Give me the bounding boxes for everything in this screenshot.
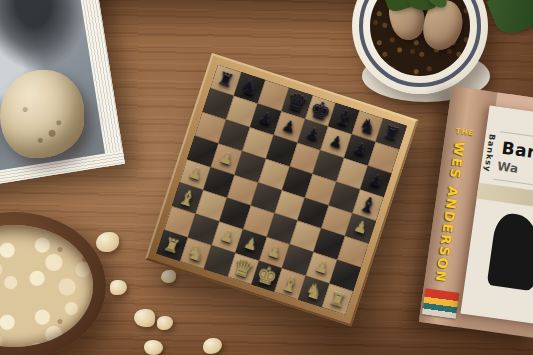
popcorn-kernel — [96, 232, 119, 252]
tabletop-scene: THE WES ANDERSON THE Banksy Ban Wa ♜♞♛♚♝… — [0, 0, 533, 355]
banksy-cover-title: Ban — [501, 138, 533, 163]
popcorn-kernel — [203, 338, 222, 354]
popcorn-fill — [0, 225, 93, 347]
cover-grime-band — [477, 183, 533, 211]
spine-title: WES ANDERSON — [432, 141, 468, 292]
popcorn-kernel — [157, 316, 173, 330]
popcorn-kernel — [134, 309, 155, 327]
coral-rock — [0, 70, 84, 158]
banksy-cover-subtitle: Wa — [496, 159, 519, 176]
chess-board[interactable]: ♜♞♛♚♝♞♜♟♟♟♟♟♟♟♝♟♟♝♟♟♟♟♜♞♛♚♝♞♜ — [156, 64, 407, 315]
cover-figure-art — [487, 211, 533, 291]
plant-leaf — [486, 0, 533, 39]
banksy-spine-author: Banksy — [482, 133, 496, 172]
chess-board-frame: ♜♞♛♚♝♞♜♟♟♟♟♟♟♟♝♟♟♝♟♟♟♟♜♞♛♚♝♞♜ — [145, 53, 418, 326]
popcorn-bowl — [0, 212, 106, 355]
spine-label-the: THE — [455, 127, 474, 137]
spine-color-band — [422, 288, 459, 318]
chess-board-wrap: ♜♞♛♚♝♞♜♟♟♟♟♟♟♟♝♟♟♝♟♟♟♟♜♞♛♚♝♞♜ — [145, 53, 418, 326]
popcorn-kernel — [110, 280, 127, 295]
popcorn-kernel — [161, 270, 176, 283]
book-stack: THE WES ANDERSON THE Banksy Ban Wa — [419, 86, 533, 338]
popcorn-kernel — [144, 340, 163, 355]
